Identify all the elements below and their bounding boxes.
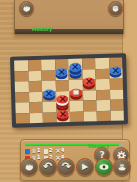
control-panel: Memory ♛12×4♛12×4 ? — [20, 139, 130, 181]
x-strap-marker: × — [43, 89, 55, 98]
blue-piece-r2c4[interactable]: × — [56, 68, 68, 80]
game-screen: Memory ××××××× Memory ♛12×4♛12×4 ? — [0, 0, 137, 182]
fist-hand-icon — [111, 4, 120, 13]
blue-chip: × — [43, 89, 55, 98]
red-chip: × — [57, 110, 69, 119]
red-chip — [70, 88, 82, 97]
hand-open-button[interactable] — [20, 158, 38, 176]
memory-progress-bar — [25, 143, 124, 146]
play-icon: ▶ — [82, 161, 88, 172]
hand-piece-button[interactable] — [113, 158, 131, 176]
blue-piece-r4c3[interactable]: × — [43, 89, 55, 101]
fist-hand-button[interactable] — [108, 1, 123, 16]
red-piece-r3c6[interactable]: × — [83, 77, 95, 89]
count-value: 1 — [37, 149, 40, 153]
count-value: 4 — [61, 149, 64, 153]
pieces-layer: ××××××× — [14, 57, 124, 123]
blue-chip: × — [69, 63, 81, 72]
blue-square-icon-count: 2 — [43, 148, 54, 154]
x-strap-marker: × — [57, 110, 69, 119]
count-value: 1 — [37, 156, 40, 160]
x-strap-marker: × — [83, 77, 95, 86]
tray-edge-strip: Memory — [15, 29, 123, 34]
count-value: 2 — [49, 149, 52, 153]
x-strap-marker: × — [69, 63, 81, 72]
undo-arrow-icon: ↶ — [43, 161, 52, 172]
redo-arrow-icon: ↷ — [62, 161, 71, 172]
hand-with-piece-icon — [117, 162, 127, 172]
open-hand-icon — [24, 162, 34, 172]
open-hand-icon — [22, 4, 31, 13]
red-chip: × — [83, 77, 95, 86]
x-strap-marker: × — [56, 95, 68, 104]
x-strap-marker: × — [56, 68, 68, 77]
x-strap-marker: × — [110, 66, 122, 75]
opponent-tray: Memory — [14, 0, 124, 34]
open-hand-button[interactable] — [19, 1, 34, 16]
blue-piece-r2c5[interactable]: × — [69, 63, 81, 79]
blue-piece-r2c8[interactable]: × — [110, 66, 122, 78]
peek-button[interactable] — [95, 158, 113, 176]
undo-button[interactable]: ↶ — [39, 158, 57, 176]
blue-chip: × — [110, 66, 122, 75]
board: ××××××× — [10, 53, 128, 127]
eye-icon — [98, 161, 110, 173]
square-icon — [44, 149, 49, 154]
red-chip: × — [56, 95, 68, 104]
red-piece-r4c5[interactable] — [70, 88, 82, 100]
white-square-tile-marker — [73, 90, 79, 95]
red-piece-r6c4[interactable]: × — [57, 110, 69, 122]
blue-swatch — [25, 149, 30, 154]
play-button[interactable]: ▶ — [76, 158, 94, 176]
tray-memory-label: Memory — [32, 28, 52, 31]
redo-button[interactable]: ↷ — [57, 158, 75, 176]
blue-chip: × — [56, 68, 68, 77]
